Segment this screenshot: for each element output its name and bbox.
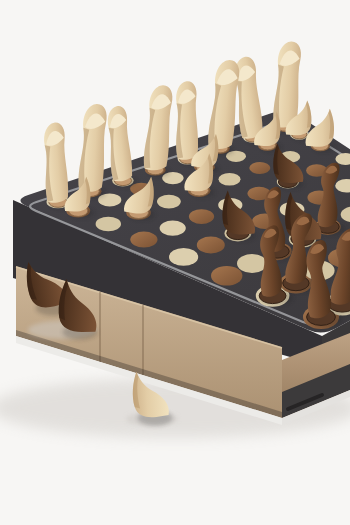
cell-c4 [189, 209, 214, 224]
chess-set-scene [0, 0, 350, 525]
product-photo [0, 0, 350, 525]
cell-e3 [219, 173, 241, 186]
cell-b5 [197, 237, 225, 254]
cell-a6 [211, 266, 242, 286]
cell-b6 [237, 254, 267, 273]
cell-f3 [249, 162, 270, 174]
cell-b4 [160, 220, 186, 235]
cell-a4 [130, 232, 157, 248]
cell-c3 [157, 195, 181, 209]
cell-a5 [169, 248, 198, 266]
cell-a3 [96, 217, 121, 232]
